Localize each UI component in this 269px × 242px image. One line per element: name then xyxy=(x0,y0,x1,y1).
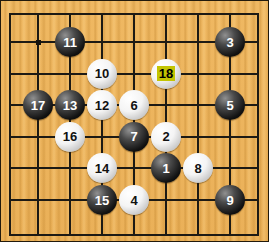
move-number: 12 xyxy=(95,99,109,112)
stone-b1: 1 xyxy=(151,153,181,183)
move-number: 7 xyxy=(130,130,137,143)
grid-vline-1 xyxy=(9,13,11,236)
move-number: 6 xyxy=(130,99,137,112)
move-number: 3 xyxy=(226,36,233,49)
stone-b11: 11 xyxy=(55,27,85,57)
stone-b17: 17 xyxy=(23,90,53,120)
stone-b15: 15 xyxy=(87,185,117,215)
stone-b7: 7 xyxy=(119,122,149,152)
move-number: 11 xyxy=(63,36,77,49)
stone-w12: 12 xyxy=(87,90,117,120)
stone-w8: 8 xyxy=(183,153,213,183)
move-number: 9 xyxy=(226,194,233,207)
stone-w2: 2 xyxy=(151,122,181,152)
stone-w10: 10 xyxy=(87,59,117,89)
move-number: 8 xyxy=(194,162,201,175)
move-number: 16 xyxy=(63,130,77,143)
stone-b13: 13 xyxy=(55,90,85,120)
stone-w18-last-move: 18 xyxy=(151,59,181,89)
stone-w16: 16 xyxy=(55,122,85,152)
move-number: 15 xyxy=(95,194,109,207)
move-number: 13 xyxy=(63,99,77,112)
stone-b9: 9 xyxy=(215,185,245,215)
stone-b3: 3 xyxy=(215,27,245,57)
star-point xyxy=(36,40,41,45)
stone-b5: 5 xyxy=(215,90,245,120)
move-number: 10 xyxy=(95,67,109,80)
move-number: 2 xyxy=(162,130,169,143)
move-number: 5 xyxy=(226,99,233,112)
move-number: 17 xyxy=(31,99,45,112)
move-number-highlighted: 18 xyxy=(157,66,175,81)
stone-w6: 6 xyxy=(119,90,149,120)
stone-w4: 4 xyxy=(119,185,149,215)
move-number: 4 xyxy=(130,194,137,207)
stone-w14: 14 xyxy=(87,153,117,183)
grid-vline-2 xyxy=(37,13,39,236)
go-board[interactable]: 123456789101112131415161718 xyxy=(0,0,269,242)
grid-vline-9 xyxy=(257,13,259,236)
grid-vline-7 xyxy=(197,13,199,236)
move-number: 14 xyxy=(95,162,109,175)
move-number: 1 xyxy=(162,162,169,175)
